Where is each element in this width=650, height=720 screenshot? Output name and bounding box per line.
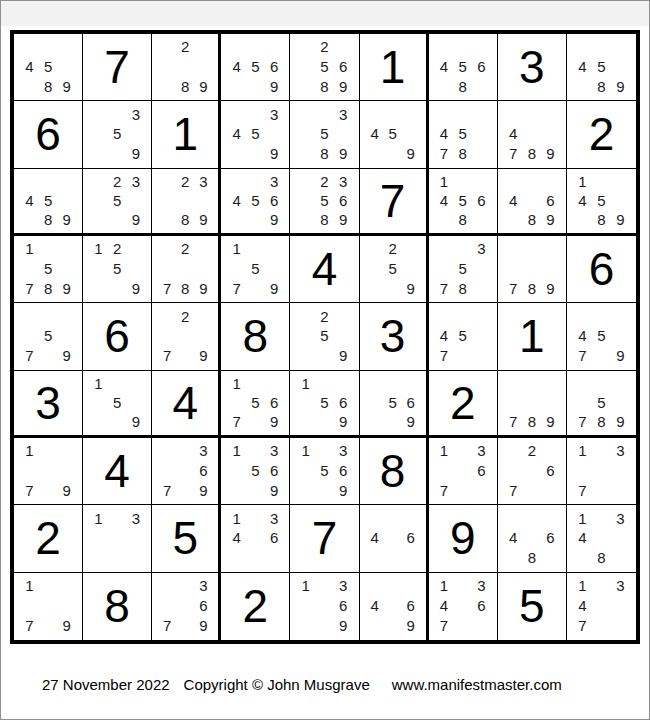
- cell-r7c8[interactable]: 267: [498, 438, 567, 505]
- cell-r5c8[interactable]: 1: [498, 303, 567, 370]
- candidate-5: [522, 461, 541, 481]
- candidate-3: [402, 104, 420, 124]
- candidate-9: 9: [611, 77, 630, 97]
- candidate-4: 4: [435, 326, 454, 346]
- candidate-5: [39, 461, 58, 481]
- cell-r4c8[interactable]: 789: [498, 236, 567, 303]
- candidate-8: 8: [592, 210, 611, 229]
- cell-r2c4[interactable]: 3459: [221, 101, 290, 168]
- cell-r7c5[interactable]: 13569: [290, 438, 359, 505]
- candidate-4: [435, 259, 454, 279]
- candidate-grid: 4568: [429, 34, 497, 100]
- candidate-6: 6: [265, 461, 284, 481]
- candidate-2: 2: [315, 306, 334, 326]
- candidate-3: [472, 172, 491, 191]
- candidate-7: [296, 144, 315, 164]
- candidate-4: 4: [366, 124, 384, 144]
- candidate-5: [176, 259, 194, 279]
- candidate-2: [453, 37, 472, 57]
- candidate-7: [296, 210, 315, 229]
- cell-r7c1[interactable]: 179: [14, 438, 83, 505]
- cell-r4c6[interactable]: 259: [360, 236, 429, 303]
- candidate-6: [57, 326, 76, 346]
- candidate-4: [296, 57, 315, 77]
- candidate-3: [127, 239, 146, 259]
- candidate-2: [315, 576, 334, 596]
- solved-digit: 6: [83, 303, 151, 369]
- candidate-5: 5: [384, 393, 402, 412]
- candidate-7: 7: [435, 616, 454, 636]
- candidate-grid: 1369: [290, 573, 358, 640]
- cell-r6c4[interactable]: 15679: [221, 371, 290, 438]
- candidate-1: [435, 239, 454, 259]
- solved-digit: 5: [498, 573, 566, 640]
- candidate-8: 8: [176, 77, 194, 97]
- candidate-9: [127, 548, 146, 568]
- candidate-6: [611, 528, 630, 548]
- candidate-2: [453, 576, 472, 596]
- candidate-3: 3: [194, 172, 212, 191]
- candidate-9: 9: [57, 616, 76, 636]
- cell-r2c7[interactable]: 4578: [429, 101, 498, 168]
- candidate-1: 1: [89, 508, 108, 528]
- cell-r6c7[interactable]: 2: [429, 371, 498, 438]
- solved-digit: 8: [83, 573, 151, 640]
- candidate-8: 8: [315, 210, 334, 229]
- candidate-grid: 179: [14, 573, 82, 640]
- candidate-9: [611, 616, 630, 636]
- candidate-5: [108, 528, 127, 548]
- cell-r1c9[interactable]: 4589: [567, 34, 636, 101]
- candidate-1: 1: [296, 374, 315, 393]
- candidate-3: [541, 508, 560, 528]
- candidate-5: 5: [592, 57, 611, 77]
- cell-r4c2[interactable]: 1259: [83, 236, 152, 303]
- candidate-5: [176, 326, 194, 346]
- cell-r5c9[interactable]: 4579: [567, 303, 636, 370]
- candidate-7: [227, 481, 246, 501]
- candidate-8: 8: [315, 144, 334, 164]
- candidate-3: 3: [127, 104, 146, 124]
- candidate-1: 1: [573, 172, 592, 191]
- cell-r2c5[interactable]: 3589: [290, 101, 359, 168]
- candidate-6: [334, 124, 353, 144]
- candidate-9: 9: [541, 144, 560, 164]
- solved-digit: 2: [14, 505, 82, 571]
- candidate-6: [194, 191, 212, 210]
- cell-r5c6[interactable]: 3: [360, 303, 429, 370]
- candidate-7: [89, 144, 108, 164]
- candidate-4: 4: [227, 124, 246, 144]
- candidate-3: [611, 37, 630, 57]
- candidate-7: [227, 144, 246, 164]
- candidate-2: [246, 508, 265, 528]
- candidate-2: [522, 104, 541, 124]
- candidate-2: 2: [108, 239, 127, 259]
- candidate-9: 9: [194, 616, 212, 636]
- candidate-9: 9: [57, 279, 76, 299]
- candidate-7: [573, 210, 592, 229]
- candidate-5: [592, 596, 611, 616]
- candidate-6: [194, 326, 212, 346]
- candidate-3: [57, 306, 76, 326]
- candidate-4: [20, 461, 39, 481]
- cell-r2c6[interactable]: 459: [360, 101, 429, 168]
- candidate-8: [176, 346, 194, 366]
- cell-r1c8[interactable]: 3: [498, 34, 567, 101]
- candidate-8: 8: [592, 548, 611, 568]
- cell-r2c3[interactable]: 1: [152, 101, 221, 168]
- candidate-6: [541, 259, 560, 279]
- candidate-7: 7: [158, 346, 176, 366]
- candidate-4: [158, 191, 176, 210]
- candidate-8: [315, 481, 334, 501]
- candidate-1: [227, 37, 246, 57]
- candidate-4: [296, 326, 315, 346]
- candidate-5: 5: [315, 393, 334, 412]
- solved-digit: 2: [567, 101, 636, 167]
- candidate-2: [315, 374, 334, 393]
- candidate-5: 5: [246, 124, 265, 144]
- cell-r4c3[interactable]: 2789: [152, 236, 221, 303]
- candidate-1: 1: [227, 441, 246, 461]
- candidate-1: [435, 104, 454, 124]
- candidate-3: 3: [611, 576, 630, 596]
- candidate-3: [541, 172, 560, 191]
- candidate-8: [176, 481, 194, 501]
- candidate-4: [296, 461, 315, 481]
- cell-r8c7[interactable]: 9: [429, 505, 498, 572]
- cell-r9c2[interactable]: 8: [83, 573, 152, 640]
- cell-r2c2[interactable]: 359: [83, 101, 152, 168]
- cell-r3c3[interactable]: 2389: [152, 169, 221, 236]
- candidate-2: 2: [176, 37, 194, 57]
- candidate-3: 3: [194, 576, 212, 596]
- candidate-6: 6: [472, 191, 491, 210]
- candidate-6: [127, 191, 146, 210]
- candidate-2: 2: [522, 441, 541, 461]
- cell-r1c5[interactable]: 25689: [290, 34, 359, 101]
- candidate-2: [453, 239, 472, 259]
- cell-r9c1[interactable]: 179: [14, 573, 83, 640]
- cell-r8c4[interactable]: 1346: [221, 505, 290, 572]
- candidate-5: 5: [39, 326, 58, 346]
- cell-r5c1[interactable]: 579: [14, 303, 83, 370]
- candidate-6: 6: [402, 596, 420, 616]
- candidate-2: [108, 374, 127, 393]
- candidate-5: 5: [453, 57, 472, 77]
- cell-r7c9[interactable]: 137: [567, 438, 636, 505]
- cell-r8c8[interactable]: 468: [498, 505, 567, 572]
- candidate-4: [158, 596, 176, 616]
- candidate-9: 9: [265, 77, 284, 97]
- candidate-2: 2: [315, 37, 334, 57]
- candidate-5: 5: [246, 191, 265, 210]
- candidate-8: 8: [315, 77, 334, 97]
- candidate-3: [402, 374, 420, 393]
- cell-r3c5[interactable]: 235689: [290, 169, 359, 236]
- candidate-7: 7: [435, 144, 454, 164]
- candidate-8: 8: [176, 279, 194, 299]
- candidate-9: [472, 616, 491, 636]
- cell-r8c6[interactable]: 46: [360, 505, 429, 572]
- cell-r9c7[interactable]: 13467: [429, 573, 498, 640]
- cell-r6c2[interactable]: 159: [83, 371, 152, 438]
- candidate-9: 9: [334, 210, 353, 229]
- cell-r8c5[interactable]: 7: [290, 505, 359, 572]
- solved-digit: 7: [290, 505, 358, 571]
- candidate-8: [592, 616, 611, 636]
- candidate-1: [504, 104, 523, 124]
- cell-r6c3[interactable]: 4: [152, 371, 221, 438]
- candidate-1: 1: [573, 576, 592, 596]
- candidate-5: [176, 191, 194, 210]
- solved-digit: 4: [152, 371, 218, 435]
- candidate-2: [592, 576, 611, 596]
- cell-r9c5[interactable]: 1369: [290, 573, 359, 640]
- solved-digit: 6: [14, 101, 82, 167]
- cell-r6c5[interactable]: 1569: [290, 371, 359, 438]
- candidate-1: [504, 441, 523, 461]
- candidate-9: 9: [334, 144, 353, 164]
- solved-digit: 3: [498, 34, 566, 100]
- candidate-5: 5: [592, 191, 611, 210]
- footer-copyright: Copyright © John Musgrave: [184, 676, 370, 693]
- candidate-5: [176, 461, 194, 481]
- candidate-4: 4: [504, 528, 523, 548]
- candidate-1: 1: [20, 239, 39, 259]
- cell-r3c8[interactable]: 4689: [498, 169, 567, 236]
- candidate-5: 5: [592, 393, 611, 412]
- cell-r2c1[interactable]: 6: [14, 101, 83, 168]
- candidate-9: 9: [194, 481, 212, 501]
- candidate-6: [57, 259, 76, 279]
- candidate-4: 4: [227, 57, 246, 77]
- cell-r6c8[interactable]: 789: [498, 371, 567, 438]
- candidate-6: [57, 191, 76, 210]
- candidate-5: 5: [592, 326, 611, 346]
- candidate-9: 9: [265, 210, 284, 229]
- candidate-8: 8: [522, 548, 541, 568]
- cell-r6c1[interactable]: 3: [14, 371, 83, 438]
- solved-digit: 1: [360, 34, 426, 100]
- cell-r3c9[interactable]: 14589: [567, 169, 636, 236]
- candidate-grid: 4578: [429, 101, 497, 167]
- candidate-grid: 14589: [567, 169, 636, 233]
- candidate-8: [39, 616, 58, 636]
- cell-r8c2[interactable]: 13: [83, 505, 152, 572]
- cell-r9c8[interactable]: 5: [498, 573, 567, 640]
- cell-r5c5[interactable]: 259: [290, 303, 359, 370]
- cell-r1c7[interactable]: 4568: [429, 34, 498, 101]
- solved-digit: 4: [83, 438, 151, 504]
- candidate-6: 6: [265, 393, 284, 412]
- cell-r3c2[interactable]: 2359: [83, 169, 152, 236]
- cell-r2c9[interactable]: 2: [567, 101, 636, 168]
- cell-r9c9[interactable]: 1347: [567, 573, 636, 640]
- candidate-1: 1: [20, 441, 39, 461]
- cell-r7c2[interactable]: 4: [83, 438, 152, 505]
- candidate-4: [573, 393, 592, 412]
- candidate-3: [57, 239, 76, 259]
- candidate-7: [227, 548, 246, 568]
- cell-r3c1[interactable]: 4589: [14, 169, 83, 236]
- candidate-4: [158, 326, 176, 346]
- cell-r4c9[interactable]: 6: [567, 236, 636, 303]
- candidate-1: [20, 172, 39, 191]
- candidate-9: 9: [127, 412, 146, 431]
- cell-r7c4[interactable]: 13569: [221, 438, 290, 505]
- candidate-8: [384, 548, 402, 568]
- candidate-7: [435, 77, 454, 97]
- cell-r5c7[interactable]: 457: [429, 303, 498, 370]
- candidate-4: 4: [573, 596, 592, 616]
- candidate-4: 4: [20, 191, 39, 210]
- candidate-6: 6: [402, 393, 420, 412]
- candidate-4: [20, 259, 39, 279]
- cell-r4c4[interactable]: 1579: [221, 236, 290, 303]
- candidate-grid: 3679: [152, 573, 218, 640]
- cell-r8c3[interactable]: 5: [152, 505, 221, 572]
- candidate-2: [592, 306, 611, 326]
- candidate-7: [296, 616, 315, 636]
- candidate-3: 3: [265, 508, 284, 528]
- candidate-3: [611, 172, 630, 191]
- candidate-8: [108, 412, 127, 431]
- candidate-2: [453, 172, 472, 191]
- cell-r5c3[interactable]: 279: [152, 303, 221, 370]
- candidate-4: 4: [573, 528, 592, 548]
- candidate-2: 2: [176, 306, 194, 326]
- cell-r4c7[interactable]: 3578: [429, 236, 498, 303]
- cell-r3c4[interactable]: 34569: [221, 169, 290, 236]
- candidate-4: [89, 191, 108, 210]
- candidate-grid: 4789: [498, 101, 566, 167]
- cell-r6c6[interactable]: 569: [360, 371, 429, 438]
- cell-r3c6[interactable]: 7: [360, 169, 429, 236]
- candidate-6: [611, 57, 630, 77]
- candidate-7: [504, 548, 523, 568]
- candidate-2: 2: [176, 172, 194, 191]
- cell-r4c1[interactable]: 15789: [14, 236, 83, 303]
- candidate-4: [89, 124, 108, 144]
- candidate-8: [246, 210, 265, 229]
- candidate-6: [57, 596, 76, 616]
- cell-r5c4[interactable]: 8: [221, 303, 290, 370]
- candidate-1: [89, 104, 108, 124]
- candidate-3: 3: [472, 441, 491, 461]
- candidate-grid: 3679: [152, 438, 218, 504]
- candidate-7: [227, 77, 246, 97]
- candidate-grid: 14568: [429, 169, 497, 233]
- candidate-9: 9: [127, 210, 146, 229]
- cell-r1c4[interactable]: 4569: [221, 34, 290, 101]
- cell-r1c3[interactable]: 289: [152, 34, 221, 101]
- solved-digit: 2: [429, 371, 497, 435]
- cell-r2c8[interactable]: 4789: [498, 101, 567, 168]
- candidate-grid: 1579: [221, 236, 289, 302]
- cell-r8c1[interactable]: 2: [14, 505, 83, 572]
- candidate-9: 9: [194, 77, 212, 97]
- candidate-3: [541, 374, 560, 393]
- candidate-4: [296, 191, 315, 210]
- candidate-6: 6: [265, 528, 284, 548]
- candidate-2: [39, 172, 58, 191]
- candidate-8: [39, 481, 58, 501]
- candidate-4: [158, 57, 176, 77]
- candidate-8: 8: [453, 144, 472, 164]
- candidate-4: 4: [573, 191, 592, 210]
- candidate-3: [541, 239, 560, 259]
- candidate-9: [472, 279, 491, 299]
- candidate-5: [592, 461, 611, 481]
- candidate-6: 6: [265, 191, 284, 210]
- candidate-6: [57, 57, 76, 77]
- candidate-grid: 259: [290, 303, 358, 369]
- cell-r7c6[interactable]: 8: [360, 438, 429, 505]
- candidate-3: [265, 37, 284, 57]
- candidate-9: 9: [265, 481, 284, 501]
- candidate-4: 4: [573, 326, 592, 346]
- cell-r6c9[interactable]: 5789: [567, 371, 636, 438]
- cell-r1c1[interactable]: 4589: [14, 34, 83, 101]
- cell-r1c6[interactable]: 1: [360, 34, 429, 101]
- candidate-2: [592, 508, 611, 528]
- cell-r3c7[interactable]: 14568: [429, 169, 498, 236]
- candidate-4: 4: [504, 191, 523, 210]
- candidate-5: 5: [39, 259, 58, 279]
- cell-r1c2[interactable]: 7: [83, 34, 152, 101]
- candidate-8: [39, 346, 58, 366]
- cell-r9c6[interactable]: 469: [360, 573, 429, 640]
- candidate-6: [127, 528, 146, 548]
- candidate-8: [384, 144, 402, 164]
- candidate-1: 1: [296, 441, 315, 461]
- cell-r4c5[interactable]: 4: [290, 236, 359, 303]
- candidate-8: 8: [522, 412, 541, 431]
- candidate-7: [89, 279, 108, 299]
- candidate-5: 5: [453, 326, 472, 346]
- window-top-strip: [1, 1, 649, 26]
- candidate-7: 7: [573, 346, 592, 366]
- candidate-grid: 15789: [14, 236, 82, 302]
- candidate-5: [522, 124, 541, 144]
- candidate-8: 8: [39, 210, 58, 229]
- candidate-7: [296, 412, 315, 431]
- cell-r8c9[interactable]: 1348: [567, 505, 636, 572]
- cell-r7c3[interactable]: 3679: [152, 438, 221, 505]
- cell-r9c3[interactable]: 3679: [152, 573, 221, 640]
- candidate-grid: 459: [360, 101, 426, 167]
- candidate-8: 8: [522, 144, 541, 164]
- candidate-1: 1: [227, 374, 246, 393]
- candidate-8: [246, 144, 265, 164]
- candidate-grid: 259: [360, 236, 426, 302]
- candidate-2: [39, 37, 58, 57]
- solved-digit: 7: [360, 169, 426, 233]
- cell-r7c7[interactable]: 1367: [429, 438, 498, 505]
- candidate-7: [366, 548, 384, 568]
- candidate-8: [453, 346, 472, 366]
- candidate-2: 2: [384, 239, 402, 259]
- candidate-8: [108, 144, 127, 164]
- candidate-2: [384, 576, 402, 596]
- candidate-7: [435, 210, 454, 229]
- cell-r9c4[interactable]: 2: [221, 573, 290, 640]
- candidate-8: 8: [592, 77, 611, 97]
- cell-r5c2[interactable]: 6: [83, 303, 152, 370]
- candidate-grid: 159: [83, 371, 151, 435]
